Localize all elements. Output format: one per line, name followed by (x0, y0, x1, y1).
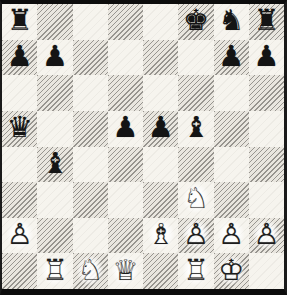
scanned-chess-diagram-page: ♜♚♞♜♟♟♟♟♛♟♟♝♝♘♙♗♙♙♙♖♘♕♖♔ (0, 0, 287, 295)
diagram-frame (0, 0, 287, 295)
